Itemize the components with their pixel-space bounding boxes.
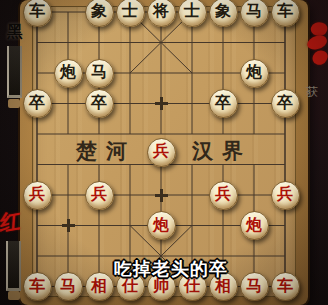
black-banner-foot (8, 99, 20, 108)
piece-label: 炮 (246, 64, 262, 80)
red-banner-scroll (6, 241, 21, 291)
piece-label: 炮 (60, 64, 76, 80)
piece-label: 马 (246, 278, 262, 294)
piece-red-cannon[interactable]: 炮 (240, 211, 269, 240)
piece-label: 马 (246, 3, 262, 19)
piece-label: 兵 (91, 186, 107, 202)
piece-label: 炮 (246, 217, 262, 233)
piece-black-soldier[interactable]: 卒 (85, 89, 114, 118)
piece-black-soldier[interactable]: 卒 (271, 89, 300, 118)
piece-label: 卒 (277, 95, 293, 111)
piece-red-cannon-central[interactable]: 炮 (147, 211, 176, 240)
piece-black-soldier[interactable]: 卒 (209, 89, 238, 118)
piece-black-advisor[interactable]: 士 (116, 0, 145, 27)
piece-label: 卒 (215, 95, 231, 111)
piece-red-soldier[interactable]: 兵 (271, 181, 300, 210)
piece-label: 车 (277, 3, 293, 19)
piece-black-horse[interactable]: 马 (240, 0, 269, 27)
red-banner-foot (8, 291, 20, 300)
piece-label: 象 (215, 3, 231, 19)
piece-label: 将 (153, 3, 169, 19)
piece-red-chariot[interactable]: 车 (271, 272, 300, 301)
piece-label: 车 (29, 3, 45, 19)
red-side-label: 红 (0, 206, 21, 237)
piece-label: 士 (122, 3, 138, 19)
piece-black-elephant[interactable]: 象 (209, 0, 238, 27)
piece-label: 马 (91, 64, 107, 80)
piece-label: 车 (29, 278, 45, 294)
piece-label: 兵 (277, 186, 293, 202)
right-edge-label: 获 (306, 84, 318, 101)
piece-red-soldier[interactable]: 兵 (85, 181, 114, 210)
piece-label: 士 (184, 3, 200, 19)
piece-label: 象 (91, 3, 107, 19)
piece-black-elephant[interactable]: 象 (85, 0, 114, 27)
piece-label: 兵 (153, 143, 169, 159)
piece-black-cannon[interactable]: 炮 (54, 59, 83, 88)
piece-black-chariot[interactable]: 车 (271, 0, 300, 27)
red-side-banner: 红 (0, 200, 28, 300)
piece-label: 车 (277, 278, 293, 294)
piece-black-advisor[interactable]: 士 (178, 0, 207, 27)
piece-label: 炮 (153, 217, 169, 233)
piece-label: 相 (91, 278, 107, 294)
black-banner-scroll (7, 46, 22, 98)
xiangqi-game-screen: 楚河 汉界 车象士将士象马车炮马炮卒卒卒卒兵兵兵兵兵炮炮车马相仕帅仕相马车 黑 … (0, 0, 328, 305)
piece-label: 马 (60, 278, 76, 294)
subtitle-caption: 吃掉老头的卒 (114, 257, 228, 281)
piece-red-horse[interactable]: 马 (240, 272, 269, 301)
river-label-left: 楚河 (76, 139, 136, 163)
piece-label: 卒 (91, 95, 107, 111)
river-label-right: 汉界 (192, 139, 252, 163)
red-tassel-ornament (305, 20, 328, 68)
piece-red-elephant[interactable]: 相 (85, 272, 114, 301)
piece-label: 兵 (29, 186, 45, 202)
black-side-banner: 黑 (1, 22, 27, 114)
piece-black-cannon[interactable]: 炮 (240, 59, 269, 88)
piece-red-soldier-crossing-river[interactable]: 兵 (147, 138, 176, 167)
piece-black-horse[interactable]: 马 (85, 59, 114, 88)
piece-black-general[interactable]: 将 (147, 0, 176, 27)
piece-red-soldier[interactable]: 兵 (209, 181, 238, 210)
piece-label: 卒 (29, 95, 45, 111)
black-side-label: 黑 (3, 22, 27, 43)
piece-label: 兵 (215, 186, 231, 202)
piece-red-horse[interactable]: 马 (54, 272, 83, 301)
